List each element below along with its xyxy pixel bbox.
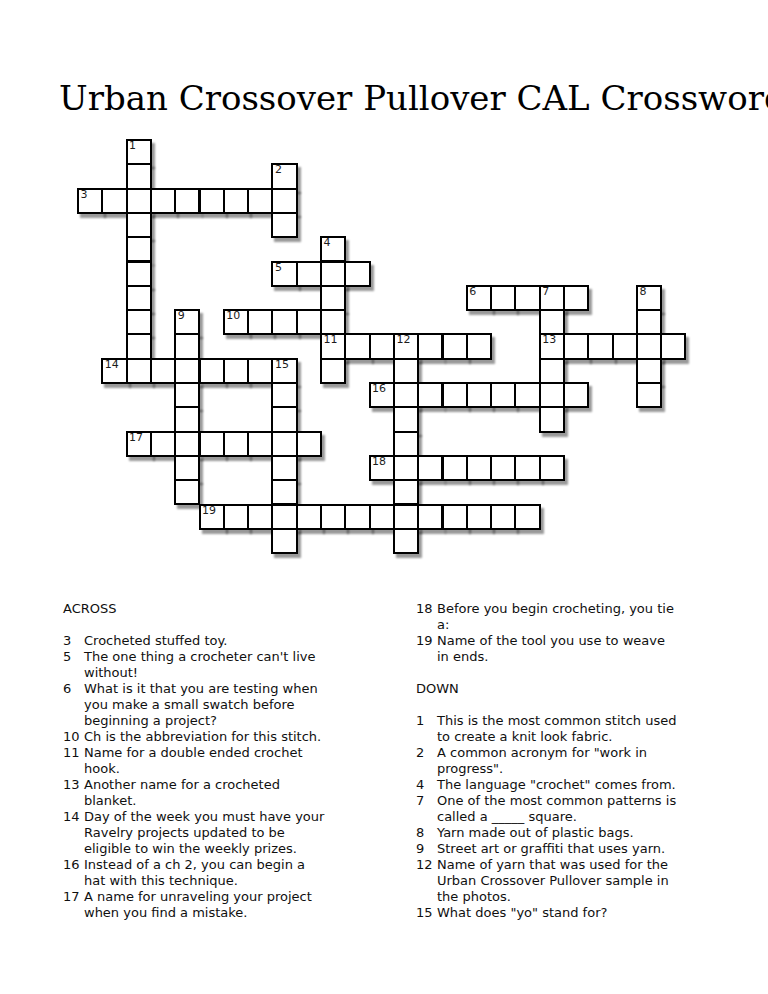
clue-down-1: 1This is the most common stitch used to … — [416, 713, 680, 745]
clue-down-15: 15What does "yo" stand for? — [416, 905, 680, 921]
clue-number: 12 — [416, 857, 437, 905]
cell-number: 13 — [542, 334, 556, 346]
clue-across-11: 11Name for a double ended crochet hook. — [63, 745, 327, 777]
clue-number: 17 — [63, 889, 84, 921]
clue-text: A common acronym for "work in progress". — [437, 745, 679, 777]
clue-across-19: 19Name of the tool you use to weave in e… — [416, 633, 680, 665]
clue-across-6: 6What is it that you are testing when yo… — [63, 681, 327, 729]
grid-cell-r15-c7[interactable] — [247, 504, 273, 530]
cell-number: 15 — [275, 359, 289, 371]
grid-cell-r7-c6[interactable]: 10 — [223, 309, 249, 335]
clue-down-12: 12Name of yarn that was used for the Urb… — [416, 857, 680, 905]
clue-down-4: 4The language "crochet" comes from. — [416, 777, 680, 793]
grid-cell-r12-c2[interactable]: 17 — [126, 431, 152, 457]
grid-cell-r11-c19[interactable] — [539, 406, 565, 432]
grid-cell-r9-c1[interactable]: 14 — [101, 358, 127, 384]
grid-cell-r1-c8[interactable]: 2 — [271, 163, 297, 189]
clue-across-10: 10Ch is the abbreviation for this stitch… — [63, 729, 327, 745]
grid-cell-r8-c15[interactable] — [442, 333, 468, 359]
clue-number: 1 — [416, 713, 437, 745]
grid-cell-r2-c7[interactable] — [247, 188, 273, 214]
cell-number: 4 — [324, 237, 331, 249]
grid-cell-r10-c15[interactable] — [442, 382, 468, 408]
clue-text: Another name for a crocheted blanket. — [84, 777, 326, 809]
grid-cell-r13-c16[interactable] — [466, 455, 492, 481]
clue-text: This is the most common stitch used to c… — [437, 713, 679, 745]
clue-text: What does "yo" stand for? — [437, 905, 679, 921]
grid-cell-r10-c19[interactable] — [539, 382, 565, 408]
clue-text: Before you begin crocheting, you tie a: — [437, 601, 679, 633]
clue-text: Crocheted stuffed toy. — [84, 633, 326, 649]
clue-number: 6 — [63, 681, 84, 729]
grid-cell-r7-c19[interactable] — [539, 309, 565, 335]
clue-number: 14 — [63, 809, 84, 857]
clue-text: Name for a double ended crochet hook. — [84, 745, 326, 777]
cell-number: 9 — [178, 310, 185, 322]
clue-down-2: 2A common acronym for "work in progress"… — [416, 745, 680, 777]
grid-cell-r2-c1[interactable] — [101, 188, 127, 214]
down-clue-list: 1This is the most common stitch used to … — [416, 713, 680, 921]
grid-cell-r7-c4[interactable]: 9 — [174, 309, 200, 335]
grid-cell-r10-c23[interactable] — [636, 382, 662, 408]
grid-cell-r8-c24[interactable] — [660, 333, 686, 359]
clue-text: Ch is the abbreviation for this stitch. — [84, 729, 326, 745]
grid-cell-r6-c20[interactable] — [563, 285, 589, 311]
grid-cell-r12-c9[interactable] — [296, 431, 322, 457]
clue-number: 13 — [63, 777, 84, 809]
grid-cell-r0-c2[interactable]: 1 — [126, 139, 152, 165]
grid-cell-r1-c2[interactable] — [126, 163, 152, 189]
grid-cell-r11-c13[interactable] — [393, 406, 419, 432]
clue-text: Instead of a ch 2, you can begin a hat w… — [84, 857, 326, 889]
clue-down-7: 7One of the most common patterns is call… — [416, 793, 680, 825]
grid-cell-r15-c15[interactable] — [442, 504, 468, 530]
grid-cell-r5-c10[interactable] — [320, 261, 346, 287]
clue-down-8: 8Yarn made out of plastic bags. — [416, 825, 680, 841]
down-header: DOWN — [416, 681, 680, 697]
grid-cell-r8-c16[interactable] — [466, 333, 492, 359]
grid-cell-r7-c7[interactable] — [247, 309, 273, 335]
grid-cell-r6-c2[interactable] — [126, 285, 152, 311]
grid-cell-r6-c10[interactable] — [320, 285, 346, 311]
grid-cell-r9-c4[interactable] — [174, 358, 200, 384]
clue-across-17: 17A name for unraveling your project whe… — [63, 889, 327, 921]
across-clue-list-overflow: 18Before you begin crocheting, you tie a… — [416, 601, 680, 665]
grid-cell-r8-c21[interactable] — [587, 333, 613, 359]
clue-number: 16 — [63, 857, 84, 889]
grid-cell-r3-c2[interactable] — [126, 212, 152, 238]
grid-cell-r9-c6[interactable] — [223, 358, 249, 384]
grid-cell-r7-c2[interactable] — [126, 309, 152, 335]
grid-cell-r8-c2[interactable] — [126, 333, 152, 359]
clue-text: Day of the week you must have your Ravel… — [84, 809, 326, 857]
cell-number: 14 — [105, 359, 119, 371]
cell-number: 18 — [372, 456, 386, 468]
grid-cell-r8-c13[interactable]: 12 — [393, 333, 419, 359]
grid-cell-r13-c19[interactable] — [539, 455, 565, 481]
down-clue-column: 18Before you begin crocheting, you tie a… — [416, 601, 680, 921]
grid-cell-r13-c4[interactable] — [174, 455, 200, 481]
grid-cell-r12-c6[interactable] — [223, 431, 249, 457]
grid-cell-r12-c4[interactable] — [174, 431, 200, 457]
grid-cell-r4-c2[interactable] — [126, 236, 152, 262]
across-clue-column: ACROSS 3Crocheted stuffed toy.5The one t… — [63, 601, 327, 921]
grid-cell-r5-c8[interactable]: 5 — [271, 261, 297, 287]
grid-cell-r15-c18[interactable] — [514, 504, 540, 530]
grid-cell-r10-c16[interactable] — [466, 382, 492, 408]
grid-cell-r8-c14[interactable] — [417, 333, 443, 359]
clue-number: 10 — [63, 729, 84, 745]
grid-cell-r7-c8[interactable] — [271, 309, 297, 335]
grid-cell-r12-c5[interactable] — [199, 431, 225, 457]
grid-cell-r13-c14[interactable] — [417, 455, 443, 481]
grid-cell-r15-c5[interactable]: 19 — [199, 504, 225, 530]
grid-cell-r14-c8[interactable] — [271, 479, 297, 505]
clue-number: 9 — [416, 841, 437, 857]
cell-number: 1 — [129, 140, 136, 152]
grid-cell-r15-c10[interactable] — [320, 504, 346, 530]
grid-cell-r5-c11[interactable] — [344, 261, 370, 287]
grid-cell-r12-c7[interactable] — [247, 431, 273, 457]
grid-cell-r15-c11[interactable] — [344, 504, 370, 530]
clue-number: 18 — [416, 601, 437, 633]
grid-cell-r15-c13[interactable] — [393, 504, 419, 530]
grid-cell-r9-c10[interactable] — [320, 358, 346, 384]
grid-cell-r13-c8[interactable] — [271, 455, 297, 481]
clue-number: 4 — [416, 777, 437, 793]
grid-cell-r10-c8[interactable] — [271, 382, 297, 408]
grid-cell-r9-c13[interactable] — [393, 358, 419, 384]
crossword-grid: 12345678910111213141516171819 — [78, 140, 690, 558]
grid-cell-r9-c19[interactable] — [539, 358, 565, 384]
grid-cell-r13-c17[interactable] — [490, 455, 516, 481]
grid-cell-r11-c4[interactable] — [174, 406, 200, 432]
grid-cell-r2-c2[interactable] — [126, 188, 152, 214]
grid-cell-r8-c20[interactable] — [563, 333, 589, 359]
grid-cell-r6-c17[interactable] — [490, 285, 516, 311]
grid-cell-r13-c12[interactable]: 18 — [369, 455, 395, 481]
clue-across-18: 18Before you begin crocheting, you tie a… — [416, 601, 680, 633]
grid-cell-r10-c12[interactable]: 16 — [369, 382, 395, 408]
grid-cell-r13-c18[interactable] — [514, 455, 540, 481]
grid-cell-r8-c19[interactable]: 13 — [539, 333, 565, 359]
cell-number: 19 — [202, 505, 216, 517]
cell-number: 2 — [275, 164, 282, 176]
clue-across-13: 13Another name for a crocheted blanket. — [63, 777, 327, 809]
grid-cell-r7-c10[interactable] — [320, 309, 346, 335]
cell-number: 17 — [129, 432, 143, 444]
cell-number: 16 — [372, 383, 386, 395]
grid-cell-r15-c12[interactable] — [369, 504, 395, 530]
grid-cell-r14-c4[interactable] — [174, 479, 200, 505]
grid-cell-r11-c8[interactable] — [271, 406, 297, 432]
grid-cell-r2-c8[interactable] — [271, 188, 297, 214]
clue-text: Street art or graffiti that uses yarn. — [437, 841, 679, 857]
grid-cell-r13-c13[interactable] — [393, 455, 419, 481]
grid-cell-r2-c4[interactable] — [174, 188, 200, 214]
grid-cell-r5-c2[interactable] — [126, 261, 152, 287]
grid-cell-r6-c19[interactable]: 7 — [539, 285, 565, 311]
clue-text: Name of the tool you use to weave in end… — [437, 633, 679, 665]
grid-cell-r12-c3[interactable] — [150, 431, 176, 457]
grid-cell-r5-c9[interactable] — [296, 261, 322, 287]
clue-text: One of the most common patterns is calle… — [437, 793, 679, 825]
grid-cell-r4-c10[interactable]: 4 — [320, 236, 346, 262]
grid-cell-r7-c23[interactable] — [636, 309, 662, 335]
grid-cell-r7-c9[interactable] — [296, 309, 322, 335]
grid-cell-r15-c6[interactable] — [223, 504, 249, 530]
clue-across-3: 3Crocheted stuffed toy. — [63, 633, 327, 649]
clue-number: 15 — [416, 905, 437, 921]
clue-text: Name of yarn that was used for the Urban… — [437, 857, 679, 905]
grid-cell-r6-c16[interactable]: 6 — [466, 285, 492, 311]
clue-number: 3 — [63, 633, 84, 649]
puzzle-title: Urban Crossover Pullover CAL Crossword — [59, 79, 768, 117]
grid-cell-r3-c8[interactable] — [271, 212, 297, 238]
grid-cell-r10-c18[interactable] — [514, 382, 540, 408]
grid-cell-r12-c8[interactable] — [271, 431, 297, 457]
cell-number: 6 — [469, 286, 476, 298]
clue-number: 8 — [416, 825, 437, 841]
grid-cell-r2-c5[interactable] — [199, 188, 225, 214]
clue-across-16: 16Instead of a ch 2, you can begin a hat… — [63, 857, 327, 889]
grid-cell-r6-c23[interactable]: 8 — [636, 285, 662, 311]
grid-cell-r6-c18[interactable] — [514, 285, 540, 311]
grid-cell-r8-c23[interactable] — [636, 333, 662, 359]
cell-number: 3 — [81, 189, 88, 201]
clue-number: 11 — [63, 745, 84, 777]
grid-cell-r8-c22[interactable] — [612, 333, 638, 359]
grid-cell-r15-c17[interactable] — [490, 504, 516, 530]
cell-number: 7 — [542, 286, 549, 298]
clue-across-14: 14Day of the week you must have your Rav… — [63, 809, 327, 857]
grid-cell-r10-c4[interactable] — [174, 382, 200, 408]
clue-text: A name for unraveling your project when … — [84, 889, 326, 921]
grid-cell-r15-c16[interactable] — [466, 504, 492, 530]
cell-number: 10 — [226, 310, 240, 322]
clue-down-9: 9Street art or graffiti that uses yarn. — [416, 841, 680, 857]
grid-cell-r8-c12[interactable] — [369, 333, 395, 359]
grid-cell-r8-c10[interactable]: 11 — [320, 333, 346, 359]
grid-cell-r2-c6[interactable] — [223, 188, 249, 214]
grid-cell-r8-c11[interactable] — [344, 333, 370, 359]
clue-number: 2 — [416, 745, 437, 777]
cell-number: 8 — [639, 286, 646, 298]
grid-cell-r16-c13[interactable] — [393, 528, 419, 554]
cell-number: 11 — [324, 334, 338, 346]
grid-cell-r15-c14[interactable] — [417, 504, 443, 530]
grid-cell-r10-c13[interactable] — [393, 382, 419, 408]
clue-number: 19 — [416, 633, 437, 665]
clue-text: What is it that you are testing when you… — [84, 681, 326, 729]
clue-number: 5 — [63, 649, 84, 681]
clue-text: Yarn made out of plastic bags. — [437, 825, 679, 841]
cell-number: 12 — [396, 334, 410, 346]
grid-cell-r9-c3[interactable] — [150, 358, 176, 384]
grid-cell-r14-c13[interactable] — [393, 479, 419, 505]
across-header: ACROSS — [63, 601, 327, 617]
grid-cell-r10-c14[interactable] — [417, 382, 443, 408]
grid-cell-r15-c9[interactable] — [296, 504, 322, 530]
clue-number: 7 — [416, 793, 437, 825]
grid-cell-r9-c7[interactable] — [247, 358, 273, 384]
grid-cell-r15-c8[interactable] — [271, 504, 297, 530]
clue-text: The one thing a crocheter can't live wit… — [84, 649, 326, 681]
grid-cell-r9-c8[interactable]: 15 — [271, 358, 297, 384]
grid-cell-r12-c13[interactable] — [393, 431, 419, 457]
grid-cell-r2-c3[interactable] — [150, 188, 176, 214]
cell-number: 5 — [275, 262, 282, 274]
grid-cell-r8-c4[interactable] — [174, 333, 200, 359]
grid-cell-r2-c0[interactable]: 3 — [77, 188, 103, 214]
clue-text: The language "crochet" comes from. — [437, 777, 679, 793]
grid-cell-r16-c8[interactable] — [271, 528, 297, 554]
clue-across-5: 5The one thing a crocheter can't live wi… — [63, 649, 327, 681]
grid-cell-r9-c2[interactable] — [126, 358, 152, 384]
grid-cell-r9-c5[interactable] — [199, 358, 225, 384]
grid-cell-r9-c23[interactable] — [636, 358, 662, 384]
across-clue-list: 3Crocheted stuffed toy.5The one thing a … — [63, 633, 327, 921]
grid-cell-r10-c17[interactable] — [490, 382, 516, 408]
grid-cell-r10-c20[interactable] — [563, 382, 589, 408]
grid-cell-r13-c15[interactable] — [442, 455, 468, 481]
